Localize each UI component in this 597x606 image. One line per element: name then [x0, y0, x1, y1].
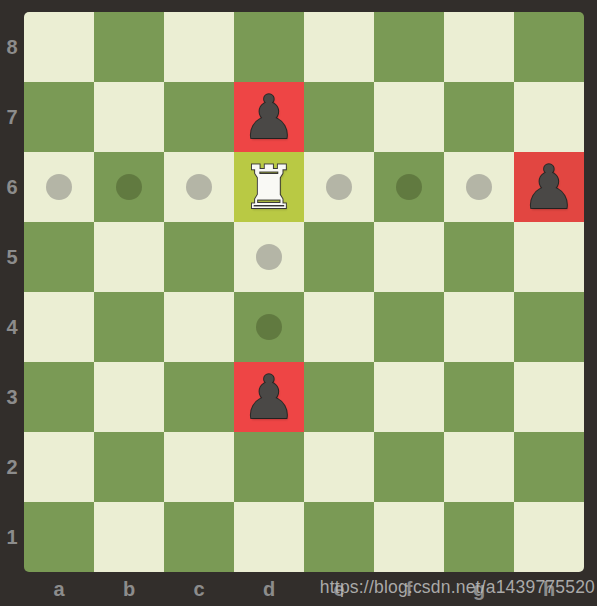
square-d1[interactable]	[234, 502, 304, 572]
move-hint-dot[interactable]	[186, 174, 212, 200]
rank-label-8: 8	[0, 12, 24, 82]
move-hint-dot[interactable]	[116, 174, 142, 200]
board-frame: ♟♜♟♟ 87654321 abcdefgh https://blog.csdn…	[0, 0, 597, 606]
watermark-text: https://blog.csdn.net/a1439775520	[320, 577, 595, 598]
square-c1[interactable]	[164, 502, 234, 572]
square-d5[interactable]	[234, 222, 304, 292]
square-a6[interactable]	[24, 152, 94, 222]
square-g2[interactable]	[444, 432, 514, 502]
square-a5[interactable]	[24, 222, 94, 292]
white-rook[interactable]: ♜	[242, 152, 296, 222]
square-e3[interactable]	[304, 362, 374, 432]
square-h7[interactable]	[514, 82, 584, 152]
square-g3[interactable]	[444, 362, 514, 432]
square-h6[interactable]: ♟	[514, 152, 584, 222]
square-a2[interactable]	[24, 432, 94, 502]
rank-label-2: 2	[0, 432, 24, 502]
square-d3[interactable]: ♟	[234, 362, 304, 432]
square-b2[interactable]	[94, 432, 164, 502]
square-g6[interactable]	[444, 152, 514, 222]
square-b3[interactable]	[94, 362, 164, 432]
square-c2[interactable]	[164, 432, 234, 502]
square-b5[interactable]	[94, 222, 164, 292]
black-pawn[interactable]: ♟	[242, 362, 296, 432]
square-g8[interactable]	[444, 12, 514, 82]
square-h3[interactable]	[514, 362, 584, 432]
square-g7[interactable]	[444, 82, 514, 152]
square-a3[interactable]	[24, 362, 94, 432]
square-d4[interactable]	[234, 292, 304, 362]
square-h1[interactable]	[514, 502, 584, 572]
square-e2[interactable]	[304, 432, 374, 502]
move-hint-dot[interactable]	[466, 174, 492, 200]
square-b7[interactable]	[94, 82, 164, 152]
rank-label-6: 6	[0, 152, 24, 222]
chess-board: ♟♜♟♟	[24, 12, 584, 572]
square-c3[interactable]	[164, 362, 234, 432]
square-d6[interactable]: ♜	[234, 152, 304, 222]
square-a8[interactable]	[24, 12, 94, 82]
square-a1[interactable]	[24, 502, 94, 572]
file-label-a: a	[24, 572, 94, 606]
square-f7[interactable]	[374, 82, 444, 152]
move-hint-dot[interactable]	[326, 174, 352, 200]
file-label-d: d	[234, 572, 304, 606]
file-label-c: c	[164, 572, 234, 606]
rank-label-5: 5	[0, 222, 24, 292]
square-b8[interactable]	[94, 12, 164, 82]
file-label-b: b	[94, 572, 164, 606]
square-g5[interactable]	[444, 222, 514, 292]
black-pawn[interactable]: ♟	[242, 82, 296, 152]
square-b6[interactable]	[94, 152, 164, 222]
black-pawn[interactable]: ♟	[522, 152, 576, 222]
move-hint-dot[interactable]	[46, 174, 72, 200]
square-d7[interactable]: ♟	[234, 82, 304, 152]
square-a4[interactable]	[24, 292, 94, 362]
square-b4[interactable]	[94, 292, 164, 362]
square-e5[interactable]	[304, 222, 374, 292]
square-e8[interactable]	[304, 12, 374, 82]
square-f1[interactable]	[374, 502, 444, 572]
square-a7[interactable]	[24, 82, 94, 152]
square-h8[interactable]	[514, 12, 584, 82]
square-b1[interactable]	[94, 502, 164, 572]
square-g4[interactable]	[444, 292, 514, 362]
square-f5[interactable]	[374, 222, 444, 292]
move-hint-dot[interactable]	[256, 314, 282, 340]
rank-label-1: 1	[0, 502, 24, 572]
square-f4[interactable]	[374, 292, 444, 362]
square-f3[interactable]	[374, 362, 444, 432]
square-h5[interactable]	[514, 222, 584, 292]
square-e7[interactable]	[304, 82, 374, 152]
rank-label-4: 4	[0, 292, 24, 362]
square-g1[interactable]	[444, 502, 514, 572]
rank-label-7: 7	[0, 82, 24, 152]
square-c7[interactable]	[164, 82, 234, 152]
square-d8[interactable]	[234, 12, 304, 82]
square-e1[interactable]	[304, 502, 374, 572]
square-c4[interactable]	[164, 292, 234, 362]
square-e4[interactable]	[304, 292, 374, 362]
square-f6[interactable]	[374, 152, 444, 222]
square-h4[interactable]	[514, 292, 584, 362]
square-c5[interactable]	[164, 222, 234, 292]
square-d2[interactable]	[234, 432, 304, 502]
square-f8[interactable]	[374, 12, 444, 82]
square-c6[interactable]	[164, 152, 234, 222]
square-h2[interactable]	[514, 432, 584, 502]
rank-label-3: 3	[0, 362, 24, 432]
move-hint-dot[interactable]	[396, 174, 422, 200]
square-c8[interactable]	[164, 12, 234, 82]
move-hint-dot[interactable]	[256, 244, 282, 270]
square-f2[interactable]	[374, 432, 444, 502]
square-e6[interactable]	[304, 152, 374, 222]
